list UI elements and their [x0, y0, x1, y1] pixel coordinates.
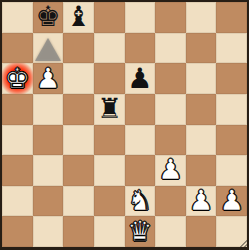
white-pawn[interactable]: ♟ — [158, 155, 183, 185]
white-queen[interactable]: ♛ — [127, 217, 152, 247]
square-d3[interactable] — [94, 155, 125, 186]
square-g1[interactable] — [186, 216, 217, 247]
square-b2[interactable] — [33, 186, 64, 217]
square-h4[interactable] — [216, 125, 247, 156]
square-d2[interactable] — [94, 186, 125, 217]
square-b5[interactable] — [33, 94, 64, 125]
white-pawn[interactable]: ♟ — [189, 186, 214, 216]
square-c6[interactable] — [63, 63, 94, 94]
square-e8[interactable] — [125, 2, 156, 33]
white-pawn[interactable]: ♟ — [35, 64, 60, 94]
square-f8[interactable] — [155, 2, 186, 33]
square-b7[interactable] — [33, 33, 64, 64]
square-c5[interactable] — [63, 94, 94, 125]
square-f3[interactable]: ♟ — [155, 155, 186, 186]
square-d4[interactable] — [94, 125, 125, 156]
square-h3[interactable] — [216, 155, 247, 186]
square-f1[interactable] — [155, 216, 186, 247]
square-e4[interactable] — [125, 125, 156, 156]
square-b1[interactable] — [33, 216, 64, 247]
square-a8[interactable] — [2, 2, 33, 33]
square-c7[interactable] — [63, 33, 94, 64]
white-king[interactable]: ♚ — [5, 64, 30, 94]
square-g3[interactable] — [186, 155, 217, 186]
square-g6[interactable] — [186, 63, 217, 94]
square-d8[interactable] — [94, 2, 125, 33]
square-d5[interactable]: ♜ — [94, 94, 125, 125]
square-e5[interactable] — [125, 94, 156, 125]
white-pawn[interactable]: ♟ — [219, 186, 244, 216]
square-h6[interactable] — [216, 63, 247, 94]
square-f7[interactable] — [155, 33, 186, 64]
square-g7[interactable] — [186, 33, 217, 64]
square-a2[interactable] — [2, 186, 33, 217]
square-e3[interactable] — [125, 155, 156, 186]
square-f4[interactable] — [155, 125, 186, 156]
square-b4[interactable] — [33, 125, 64, 156]
black-king[interactable]: ♚ — [35, 2, 60, 32]
square-e6[interactable]: ♟ — [125, 63, 156, 94]
white-knight[interactable]: ♞ — [127, 186, 152, 216]
square-f5[interactable] — [155, 94, 186, 125]
square-g8[interactable] — [186, 2, 217, 33]
black-bishop[interactable]: ♝ — [66, 2, 91, 32]
square-d7[interactable] — [94, 33, 125, 64]
square-c4[interactable] — [63, 125, 94, 156]
square-a3[interactable] — [2, 155, 33, 186]
black-pawn[interactable]: ♟ — [127, 64, 152, 94]
square-g5[interactable] — [186, 94, 217, 125]
square-c1[interactable] — [63, 216, 94, 247]
square-a1[interactable] — [2, 216, 33, 247]
square-a6[interactable]: ♚ — [2, 63, 33, 94]
chess-board: ♚♝♚♟♟♜♟♞♟♟♛ — [0, 0, 249, 250]
square-h7[interactable] — [216, 33, 247, 64]
square-h8[interactable] — [216, 2, 247, 33]
square-c2[interactable] — [63, 186, 94, 217]
square-b3[interactable] — [33, 155, 64, 186]
square-a7[interactable] — [2, 33, 33, 64]
square-d1[interactable] — [94, 216, 125, 247]
square-f2[interactable] — [155, 186, 186, 217]
square-a5[interactable] — [2, 94, 33, 125]
square-c3[interactable] — [63, 155, 94, 186]
move-hint-triangle-icon — [35, 38, 61, 61]
square-g4[interactable] — [186, 125, 217, 156]
square-f6[interactable] — [155, 63, 186, 94]
square-g2[interactable]: ♟ — [186, 186, 217, 217]
square-b8[interactable]: ♚ — [33, 2, 64, 33]
black-rook[interactable]: ♜ — [97, 94, 122, 124]
square-e2[interactable]: ♞ — [125, 186, 156, 217]
square-c8[interactable]: ♝ — [63, 2, 94, 33]
square-b6[interactable]: ♟ — [33, 63, 64, 94]
square-h5[interactable] — [216, 94, 247, 125]
square-a4[interactable] — [2, 125, 33, 156]
square-e1[interactable]: ♛ — [125, 216, 156, 247]
square-h2[interactable]: ♟ — [216, 186, 247, 217]
square-e7[interactable] — [125, 33, 156, 64]
square-d6[interactable] — [94, 63, 125, 94]
